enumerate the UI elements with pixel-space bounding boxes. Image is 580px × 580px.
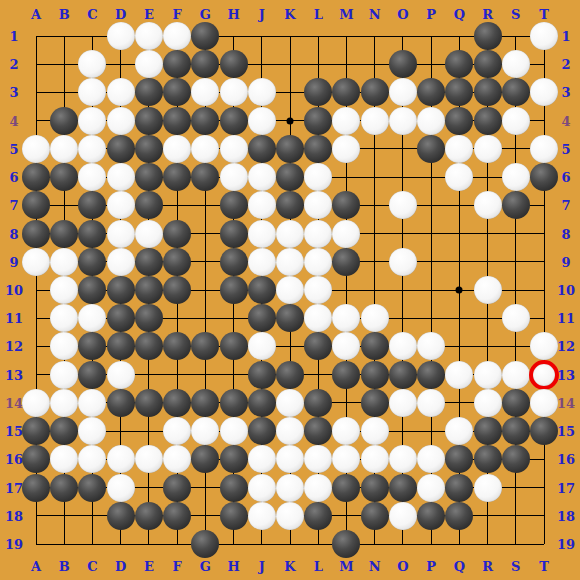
black-stone-H7 <box>220 191 248 219</box>
row-label-right-15: 15 <box>557 425 575 438</box>
white-stone-F5 <box>163 135 191 163</box>
white-stone-H5 <box>220 135 248 163</box>
white-stone-S11 <box>502 304 530 332</box>
col-label-bottom-B: B <box>59 560 70 573</box>
row-label-left-12: 12 <box>5 340 23 353</box>
black-stone-N13 <box>361 361 389 389</box>
black-stone-A16 <box>22 445 50 473</box>
black-stone-D18 <box>107 502 135 530</box>
white-stone-D6 <box>107 163 135 191</box>
black-stone-J10 <box>248 276 276 304</box>
black-stone-E3 <box>135 78 163 106</box>
white-stone-F16 <box>163 445 191 473</box>
row-label-left-15: 15 <box>5 425 23 438</box>
white-stone-C6 <box>78 163 106 191</box>
row-label-left-14: 14 <box>5 396 23 409</box>
white-stone-D13 <box>107 361 135 389</box>
black-stone-C8 <box>78 220 106 248</box>
white-stone-D7 <box>107 191 135 219</box>
white-stone-N16 <box>361 445 389 473</box>
black-stone-R4 <box>474 107 502 135</box>
black-stone-K13 <box>276 361 304 389</box>
black-stone-F2 <box>163 50 191 78</box>
white-stone-O14 <box>389 389 417 417</box>
col-label-top-M: M <box>339 8 353 21</box>
white-stone-O12 <box>389 332 417 360</box>
col-label-bottom-F: F <box>172 560 181 573</box>
white-stone-A9 <box>22 248 50 276</box>
white-stone-B12 <box>50 332 78 360</box>
row-label-right-8: 8 <box>561 227 570 240</box>
col-label-bottom-G: G <box>200 560 211 573</box>
black-stone-F17 <box>163 474 191 502</box>
col-label-bottom-R: R <box>482 560 493 573</box>
white-stone-D17 <box>107 474 135 502</box>
black-stone-K5 <box>276 135 304 163</box>
black-stone-S15 <box>502 417 530 445</box>
white-stone-Q5 <box>445 135 473 163</box>
row-label-left-1: 1 <box>9 30 18 43</box>
black-stone-M3 <box>332 78 360 106</box>
white-stone-K14 <box>276 389 304 417</box>
white-stone-R5 <box>474 135 502 163</box>
col-label-top-A: A <box>31 8 41 21</box>
black-stone-H18 <box>220 502 248 530</box>
black-stone-G14 <box>191 389 219 417</box>
black-stone-N14 <box>361 389 389 417</box>
white-stone-O9 <box>389 248 417 276</box>
black-stone-N3 <box>361 78 389 106</box>
white-stone-P17 <box>417 474 445 502</box>
col-label-bottom-Q: Q <box>454 560 465 573</box>
white-stone-T5 <box>530 135 558 163</box>
white-stone-O16 <box>389 445 417 473</box>
black-stone-Q2 <box>445 50 473 78</box>
black-stone-H10 <box>220 276 248 304</box>
white-stone-E2 <box>135 50 163 78</box>
black-stone-C10 <box>78 276 106 304</box>
black-stone-E10 <box>135 276 163 304</box>
row-label-right-11: 11 <box>557 312 575 325</box>
white-stone-S13 <box>502 361 530 389</box>
white-stone-T1 <box>530 22 558 50</box>
col-label-bottom-L: L <box>314 560 323 573</box>
white-stone-K10 <box>276 276 304 304</box>
black-stone-F10 <box>163 276 191 304</box>
white-stone-B5 <box>50 135 78 163</box>
white-stone-J9 <box>248 248 276 276</box>
row-label-left-17: 17 <box>5 481 23 494</box>
black-stone-F8 <box>163 220 191 248</box>
white-stone-L11 <box>304 304 332 332</box>
white-stone-A14 <box>22 389 50 417</box>
black-stone-O13 <box>389 361 417 389</box>
black-stone-R1 <box>474 22 502 50</box>
white-stone-K9 <box>276 248 304 276</box>
black-stone-E18 <box>135 502 163 530</box>
row-label-right-3: 3 <box>561 86 570 99</box>
black-stone-H14 <box>220 389 248 417</box>
black-stone-J14 <box>248 389 276 417</box>
col-label-top-P: P <box>426 8 436 21</box>
white-stone-D16 <box>107 445 135 473</box>
white-stone-M4 <box>332 107 360 135</box>
white-stone-B9 <box>50 248 78 276</box>
white-stone-C5 <box>78 135 106 163</box>
black-stone-E7 <box>135 191 163 219</box>
white-stone-D9 <box>107 248 135 276</box>
black-stone-J11 <box>248 304 276 332</box>
white-stone-C11 <box>78 304 106 332</box>
black-stone-Q18 <box>445 502 473 530</box>
white-stone-Q6 <box>445 163 473 191</box>
black-stone-F12 <box>163 332 191 360</box>
white-stone-C16 <box>78 445 106 473</box>
black-stone-L4 <box>304 107 332 135</box>
white-stone-J12 <box>248 332 276 360</box>
white-stone-H6 <box>220 163 248 191</box>
white-stone-P12 <box>417 332 445 360</box>
black-stone-G2 <box>191 50 219 78</box>
go-board[interactable]: AABBCCDDEEFFGGHHJJKKLLMMNNOOPPQQRRSSTT11… <box>0 0 580 580</box>
black-stone-F18 <box>163 502 191 530</box>
white-stone-F1 <box>163 22 191 50</box>
white-stone-R10 <box>474 276 502 304</box>
black-stone-A6 <box>22 163 50 191</box>
white-stone-G3 <box>191 78 219 106</box>
white-stone-R13 <box>474 361 502 389</box>
black-stone-L14 <box>304 389 332 417</box>
white-stone-S6 <box>502 163 530 191</box>
black-stone-F9 <box>163 248 191 276</box>
black-stone-P13 <box>417 361 445 389</box>
row-label-right-5: 5 <box>561 142 570 155</box>
white-stone-B16 <box>50 445 78 473</box>
black-stone-S16 <box>502 445 530 473</box>
black-stone-N18 <box>361 502 389 530</box>
black-stone-C13 <box>78 361 106 389</box>
col-label-top-T: T <box>539 8 549 21</box>
col-label-bottom-D: D <box>115 560 126 573</box>
black-stone-D12 <box>107 332 135 360</box>
black-stone-G6 <box>191 163 219 191</box>
black-stone-S3 <box>502 78 530 106</box>
black-stone-T6 <box>530 163 558 191</box>
white-stone-S4 <box>502 107 530 135</box>
white-stone-J3 <box>248 78 276 106</box>
col-label-top-H: H <box>227 8 239 21</box>
white-stone-M16 <box>332 445 360 473</box>
black-stone-M17 <box>332 474 360 502</box>
white-stone-M5 <box>332 135 360 163</box>
row-label-right-2: 2 <box>561 58 570 71</box>
black-stone-B17 <box>50 474 78 502</box>
row-label-right-7: 7 <box>561 199 570 212</box>
black-stone-R2 <box>474 50 502 78</box>
black-stone-P5 <box>417 135 445 163</box>
white-stone-N4 <box>361 107 389 135</box>
black-stone-S14 <box>502 389 530 417</box>
white-stone-B14 <box>50 389 78 417</box>
row-label-left-2: 2 <box>9 58 18 71</box>
grid-line-vertical <box>544 36 545 544</box>
black-stone-E9 <box>135 248 163 276</box>
black-stone-E5 <box>135 135 163 163</box>
white-stone-K15 <box>276 417 304 445</box>
row-label-right-16: 16 <box>557 453 575 466</box>
col-label-top-N: N <box>369 8 381 21</box>
black-stone-G12 <box>191 332 219 360</box>
black-stone-N12 <box>361 332 389 360</box>
white-stone-S2 <box>502 50 530 78</box>
white-stone-J6 <box>248 163 276 191</box>
white-stone-C3 <box>78 78 106 106</box>
white-stone-D8 <box>107 220 135 248</box>
black-stone-Q3 <box>445 78 473 106</box>
black-stone-M19 <box>332 530 360 558</box>
row-label-left-5: 5 <box>9 142 18 155</box>
white-stone-G15 <box>191 417 219 445</box>
row-label-left-4: 4 <box>9 114 18 127</box>
white-stone-C15 <box>78 417 106 445</box>
black-stone-M13 <box>332 361 360 389</box>
black-stone-D10 <box>107 276 135 304</box>
white-stone-O7 <box>389 191 417 219</box>
white-stone-D4 <box>107 107 135 135</box>
white-stone-O3 <box>389 78 417 106</box>
black-stone-M9 <box>332 248 360 276</box>
white-stone-L10 <box>304 276 332 304</box>
white-stone-C14 <box>78 389 106 417</box>
black-stone-B15 <box>50 417 78 445</box>
white-stone-K18 <box>276 502 304 530</box>
black-stone-H4 <box>220 107 248 135</box>
white-stone-L7 <box>304 191 332 219</box>
white-stone-L16 <box>304 445 332 473</box>
black-stone-F4 <box>163 107 191 135</box>
black-stone-L5 <box>304 135 332 163</box>
black-stone-L18 <box>304 502 332 530</box>
white-stone-T12 <box>530 332 558 360</box>
white-stone-M15 <box>332 417 360 445</box>
white-stone-M11 <box>332 304 360 332</box>
col-label-top-R: R <box>482 8 493 21</box>
white-stone-J4 <box>248 107 276 135</box>
col-label-top-O: O <box>397 8 408 21</box>
black-stone-E6 <box>135 163 163 191</box>
row-label-left-11: 11 <box>5 312 23 325</box>
black-stone-E12 <box>135 332 163 360</box>
black-stone-L15 <box>304 417 332 445</box>
white-stone-K17 <box>276 474 304 502</box>
row-label-right-1: 1 <box>561 30 570 43</box>
black-stone-A15 <box>22 417 50 445</box>
black-stone-F3 <box>163 78 191 106</box>
white-stone-R7 <box>474 191 502 219</box>
white-stone-B11 <box>50 304 78 332</box>
white-stone-L6 <box>304 163 332 191</box>
black-stone-A8 <box>22 220 50 248</box>
white-stone-L8 <box>304 220 332 248</box>
col-label-bottom-P: P <box>426 560 436 573</box>
col-label-top-D: D <box>115 8 126 21</box>
black-stone-Q17 <box>445 474 473 502</box>
white-stone-J18 <box>248 502 276 530</box>
black-stone-S7 <box>502 191 530 219</box>
black-stone-H2 <box>220 50 248 78</box>
black-stone-L12 <box>304 332 332 360</box>
white-stone-O4 <box>389 107 417 135</box>
row-label-right-14: 14 <box>557 396 575 409</box>
white-stone-M8 <box>332 220 360 248</box>
row-label-left-10: 10 <box>5 284 23 297</box>
black-stone-J15 <box>248 417 276 445</box>
black-stone-H8 <box>220 220 248 248</box>
row-label-right-10: 10 <box>557 284 575 297</box>
black-stone-R15 <box>474 417 502 445</box>
col-label-top-Q: Q <box>454 8 465 21</box>
black-stone-E4 <box>135 107 163 135</box>
row-label-right-4: 4 <box>561 114 570 127</box>
row-label-left-9: 9 <box>9 255 18 268</box>
row-label-left-7: 7 <box>9 199 18 212</box>
black-stone-P18 <box>417 502 445 530</box>
white-stone-B13 <box>50 361 78 389</box>
black-stone-N17 <box>361 474 389 502</box>
black-stone-O17 <box>389 474 417 502</box>
black-stone-B8 <box>50 220 78 248</box>
black-stone-O2 <box>389 50 417 78</box>
white-stone-A5 <box>22 135 50 163</box>
white-stone-J8 <box>248 220 276 248</box>
last-move-stone-T13 <box>529 360 559 390</box>
col-label-top-B: B <box>59 8 70 21</box>
white-stone-O18 <box>389 502 417 530</box>
black-stone-G4 <box>191 107 219 135</box>
black-stone-G19 <box>191 530 219 558</box>
white-stone-J17 <box>248 474 276 502</box>
black-stone-H9 <box>220 248 248 276</box>
row-label-left-16: 16 <box>5 453 23 466</box>
black-stone-G16 <box>191 445 219 473</box>
white-stone-P4 <box>417 107 445 135</box>
col-label-bottom-C: C <box>87 560 97 573</box>
row-label-left-19: 19 <box>5 538 23 551</box>
white-stone-F15 <box>163 417 191 445</box>
black-stone-K6 <box>276 163 304 191</box>
black-stone-Q4 <box>445 107 473 135</box>
black-stone-H16 <box>220 445 248 473</box>
black-stone-D5 <box>107 135 135 163</box>
white-stone-B10 <box>50 276 78 304</box>
black-stone-E14 <box>135 389 163 417</box>
row-label-right-18: 18 <box>557 509 575 522</box>
col-label-bottom-T: T <box>539 560 549 573</box>
white-stone-G5 <box>191 135 219 163</box>
white-stone-T14 <box>530 389 558 417</box>
row-label-left-6: 6 <box>9 171 18 184</box>
black-stone-E11 <box>135 304 163 332</box>
row-label-right-6: 6 <box>561 171 570 184</box>
col-label-bottom-M: M <box>339 560 353 573</box>
black-stone-J5 <box>248 135 276 163</box>
white-stone-D3 <box>107 78 135 106</box>
black-stone-H17 <box>220 474 248 502</box>
row-label-left-8: 8 <box>9 227 18 240</box>
white-stone-M12 <box>332 332 360 360</box>
white-stone-J7 <box>248 191 276 219</box>
col-label-bottom-N: N <box>369 560 381 573</box>
white-stone-H15 <box>220 417 248 445</box>
white-stone-R14 <box>474 389 502 417</box>
white-stone-Q15 <box>445 417 473 445</box>
black-stone-Q16 <box>445 445 473 473</box>
black-stone-B4 <box>50 107 78 135</box>
col-label-top-C: C <box>87 8 97 21</box>
col-label-top-J: J <box>259 8 265 21</box>
black-stone-M7 <box>332 191 360 219</box>
col-label-top-E: E <box>144 8 154 21</box>
white-stone-L17 <box>304 474 332 502</box>
col-label-bottom-K: K <box>284 560 295 573</box>
black-stone-F6 <box>163 163 191 191</box>
black-stone-K11 <box>276 304 304 332</box>
grid-line-horizontal <box>36 544 544 545</box>
black-stone-C9 <box>78 248 106 276</box>
black-stone-T15 <box>530 417 558 445</box>
white-stone-Q13 <box>445 361 473 389</box>
white-stone-N15 <box>361 417 389 445</box>
black-stone-G1 <box>191 22 219 50</box>
row-label-right-12: 12 <box>557 340 575 353</box>
row-label-left-3: 3 <box>9 86 18 99</box>
row-label-right-13: 13 <box>557 368 575 381</box>
col-label-bottom-J: J <box>259 560 265 573</box>
white-stone-L9 <box>304 248 332 276</box>
col-label-top-K: K <box>284 8 295 21</box>
row-label-right-17: 17 <box>557 481 575 494</box>
white-stone-P16 <box>417 445 445 473</box>
row-label-right-19: 19 <box>557 538 575 551</box>
white-stone-E16 <box>135 445 163 473</box>
col-label-bottom-O: O <box>397 560 408 573</box>
white-stone-H3 <box>220 78 248 106</box>
col-label-bottom-E: E <box>144 560 154 573</box>
col-label-top-F: F <box>172 8 181 21</box>
black-stone-L3 <box>304 78 332 106</box>
black-stone-F14 <box>163 389 191 417</box>
black-stone-C7 <box>78 191 106 219</box>
white-stone-C2 <box>78 50 106 78</box>
black-stone-D14 <box>107 389 135 417</box>
white-stone-E1 <box>135 22 163 50</box>
black-stone-C17 <box>78 474 106 502</box>
black-stone-D11 <box>107 304 135 332</box>
row-label-left-13: 13 <box>5 368 23 381</box>
black-stone-R16 <box>474 445 502 473</box>
black-stone-R3 <box>474 78 502 106</box>
col-label-top-G: G <box>200 8 211 21</box>
row-label-left-18: 18 <box>5 509 23 522</box>
white-stone-T3 <box>530 78 558 106</box>
black-stone-H12 <box>220 332 248 360</box>
row-label-right-9: 9 <box>561 255 570 268</box>
col-label-top-S: S <box>511 8 520 21</box>
col-label-bottom-H: H <box>227 560 239 573</box>
black-stone-P3 <box>417 78 445 106</box>
star-point-Q10 <box>456 287 463 294</box>
white-stone-J16 <box>248 445 276 473</box>
